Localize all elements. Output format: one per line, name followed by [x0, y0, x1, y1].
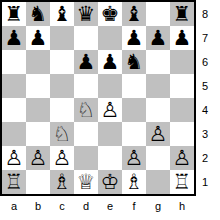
white-pawn-piece[interactable]: ♙ [101, 98, 120, 122]
square-h8[interactable]: ♜ [170, 2, 194, 26]
square-a4[interactable] [2, 98, 26, 122]
square-g3[interactable]: ♙ [146, 122, 170, 146]
rank-label-7: 7 [196, 26, 214, 50]
square-f3[interactable] [122, 122, 146, 146]
white-rook-piece[interactable]: ♖ [5, 170, 24, 194]
white-rook-piece[interactable]: ♖ [173, 170, 192, 194]
square-e5[interactable] [98, 74, 122, 98]
rank-label-5: 5 [196, 74, 214, 98]
square-b6[interactable] [26, 50, 50, 74]
square-a6[interactable] [2, 50, 26, 74]
square-c3[interactable]: ♘ [50, 122, 74, 146]
square-b3[interactable] [26, 122, 50, 146]
black-pawn-piece[interactable]: ♟ [77, 50, 96, 74]
rank-label-8: 8 [196, 2, 214, 26]
square-e4[interactable]: ♙ [98, 98, 122, 122]
square-f6[interactable]: ♞ [122, 50, 146, 74]
square-c4[interactable] [50, 98, 74, 122]
file-label-h: h [170, 196, 194, 216]
white-pawn-piece[interactable]: ♙ [149, 122, 168, 146]
square-f8[interactable]: ♝ [122, 2, 146, 26]
square-e3[interactable] [98, 122, 122, 146]
square-c1[interactable]: ♗ [50, 170, 74, 194]
square-e1[interactable]: ♔ [98, 170, 122, 194]
black-queen-piece[interactable]: ♛ [77, 2, 96, 26]
square-c6[interactable] [50, 50, 74, 74]
square-h4[interactable] [170, 98, 194, 122]
square-g4[interactable] [146, 98, 170, 122]
black-pawn-piece[interactable]: ♟ [173, 26, 192, 50]
square-g8[interactable] [146, 2, 170, 26]
square-b7[interactable]: ♟ [26, 26, 50, 50]
file-labels: abcdefgh [2, 196, 194, 216]
black-rook-piece[interactable]: ♜ [5, 2, 24, 26]
square-d5[interactable] [74, 74, 98, 98]
square-g1[interactable] [146, 170, 170, 194]
square-b4[interactable] [26, 98, 50, 122]
file-label-c: c [50, 196, 74, 216]
square-d8[interactable]: ♛ [74, 2, 98, 26]
black-pawn-piece[interactable]: ♟ [5, 26, 24, 50]
rank-label-6: 6 [196, 50, 214, 74]
black-knight-piece[interactable]: ♞ [29, 2, 48, 26]
chess-board: ♜♞♝♛♚♝♜♟♟♟♟♟♟♟♞♘♙♘♙♙♙♙♙♙♖♗♕♔♗♖ [0, 0, 196, 196]
square-b8[interactable]: ♞ [26, 2, 50, 26]
square-a7[interactable]: ♟ [2, 26, 26, 50]
white-knight-piece[interactable]: ♘ [77, 98, 96, 122]
rank-label-4: 4 [196, 98, 214, 122]
white-pawn-piece[interactable]: ♙ [173, 146, 192, 170]
file-label-g: g [146, 196, 170, 216]
square-d7[interactable] [74, 26, 98, 50]
white-bishop-piece[interactable]: ♗ [53, 170, 72, 194]
square-d4[interactable]: ♘ [74, 98, 98, 122]
black-pawn-piece[interactable]: ♟ [101, 50, 120, 74]
square-b2[interactable]: ♙ [26, 146, 50, 170]
square-h3[interactable] [170, 122, 194, 146]
square-d1[interactable]: ♕ [74, 170, 98, 194]
white-pawn-piece[interactable]: ♙ [125, 146, 144, 170]
white-bishop-piece[interactable]: ♗ [125, 170, 144, 194]
white-queen-piece[interactable]: ♕ [77, 170, 96, 194]
square-a3[interactable] [2, 122, 26, 146]
square-d2[interactable] [74, 146, 98, 170]
square-d6[interactable]: ♟ [74, 50, 98, 74]
white-pawn-piece[interactable]: ♙ [29, 146, 48, 170]
square-b5[interactable] [26, 74, 50, 98]
file-label-d: d [74, 196, 98, 216]
black-pawn-piece[interactable]: ♟ [125, 26, 144, 50]
square-g6[interactable] [146, 50, 170, 74]
black-pawn-piece[interactable]: ♟ [29, 26, 48, 50]
chess-diagram: ♜♞♝♛♚♝♜♟♟♟♟♟♟♟♞♘♙♘♙♙♙♙♙♙♖♗♕♔♗♖ 87654321 … [0, 0, 220, 220]
black-pawn-piece[interactable]: ♟ [149, 26, 168, 50]
white-king-piece[interactable]: ♔ [101, 170, 120, 194]
black-bishop-piece[interactable]: ♝ [125, 2, 144, 26]
square-e2[interactable] [98, 146, 122, 170]
rank-label-2: 2 [196, 146, 214, 170]
square-h5[interactable] [170, 74, 194, 98]
black-knight-piece[interactable]: ♞ [125, 50, 144, 74]
square-f7[interactable]: ♟ [122, 26, 146, 50]
file-label-a: a [2, 196, 26, 216]
square-d3[interactable] [74, 122, 98, 146]
file-label-e: e [98, 196, 122, 216]
square-a1[interactable]: ♖ [2, 170, 26, 194]
square-a5[interactable] [2, 74, 26, 98]
rank-label-3: 3 [196, 122, 214, 146]
rank-label-1: 1 [196, 170, 214, 194]
white-knight-piece[interactable]: ♘ [53, 122, 72, 146]
file-label-f: f [122, 196, 146, 216]
rank-labels: 87654321 [196, 2, 214, 194]
white-pawn-piece[interactable]: ♙ [5, 146, 24, 170]
square-a8[interactable]: ♜ [2, 2, 26, 26]
square-f1[interactable]: ♗ [122, 170, 146, 194]
square-e6[interactable]: ♟ [98, 50, 122, 74]
black-king-piece[interactable]: ♚ [101, 2, 120, 26]
square-g2[interactable] [146, 146, 170, 170]
square-a2[interactable]: ♙ [2, 146, 26, 170]
square-c7[interactable] [50, 26, 74, 50]
white-pawn-piece[interactable]: ♙ [53, 146, 72, 170]
black-bishop-piece[interactable]: ♝ [53, 2, 72, 26]
square-e8[interactable]: ♚ [98, 2, 122, 26]
square-h7[interactable]: ♟ [170, 26, 194, 50]
square-g5[interactable] [146, 74, 170, 98]
square-h1[interactable]: ♖ [170, 170, 194, 194]
square-c8[interactable]: ♝ [50, 2, 74, 26]
square-h6[interactable] [170, 50, 194, 74]
square-h2[interactable]: ♙ [170, 146, 194, 170]
square-f4[interactable] [122, 98, 146, 122]
square-f2[interactable]: ♙ [122, 146, 146, 170]
square-b1[interactable] [26, 170, 50, 194]
black-rook-piece[interactable]: ♜ [173, 2, 192, 26]
square-f5[interactable] [122, 74, 146, 98]
square-c5[interactable] [50, 74, 74, 98]
square-c2[interactable]: ♙ [50, 146, 74, 170]
square-g7[interactable]: ♟ [146, 26, 170, 50]
square-e7[interactable] [98, 26, 122, 50]
file-label-b: b [26, 196, 50, 216]
